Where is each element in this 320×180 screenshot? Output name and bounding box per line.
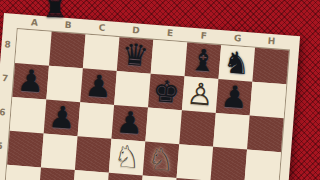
square-h7 xyxy=(250,82,287,119)
square-e6 xyxy=(145,108,182,145)
file-label-c: C xyxy=(85,21,120,34)
rank-label-7: 7 xyxy=(1,61,10,95)
square-e5: ♘ xyxy=(143,141,180,178)
black-pawn-g7: ♟ xyxy=(220,81,249,113)
black-king-e7: ♚ xyxy=(152,76,181,108)
chess-board: ABCDEFGH 87654321 ♛♝♞♟♟♚♙♟♟♟♘♘ xyxy=(0,13,300,180)
file-label-f: F xyxy=(186,29,221,42)
square-a4 xyxy=(4,165,41,180)
square-g7: ♟ xyxy=(216,79,253,116)
square-f6 xyxy=(179,110,216,147)
board-photo-scene: ABCDEFGH 87654321 ♛♝♞♟♟♚♙♟♟♟♘♘ ♜ xyxy=(0,0,320,180)
file-label-h: H xyxy=(254,35,289,48)
square-b7 xyxy=(46,66,83,103)
rank-label-6: 6 xyxy=(0,95,7,129)
square-c8 xyxy=(83,34,120,71)
square-h8 xyxy=(252,48,289,85)
square-f5 xyxy=(177,144,214,180)
square-h6 xyxy=(247,116,284,153)
black-bishop-f8: ♝ xyxy=(188,45,217,77)
board-frame: ABCDEFGH 87654321 ♛♝♞♟♟♚♙♟♟♟♘♘ xyxy=(0,13,300,180)
square-a7: ♟ xyxy=(12,63,49,100)
square-c7: ♟ xyxy=(80,68,117,105)
file-label-g: G xyxy=(220,32,255,45)
square-c6 xyxy=(78,102,115,139)
square-h5 xyxy=(244,149,281,180)
black-pawn-a7: ♟ xyxy=(16,65,45,97)
square-f7: ♙ xyxy=(182,76,219,113)
square-e8 xyxy=(151,40,188,77)
white-pawn-f7: ♙ xyxy=(186,79,215,111)
square-d8: ♛ xyxy=(117,37,154,74)
black-queen-d8: ♛ xyxy=(120,39,149,71)
captured-black-rook-icon: ♜ xyxy=(42,0,67,22)
square-a8 xyxy=(15,29,52,66)
square-d7 xyxy=(114,71,151,108)
square-g5 xyxy=(210,147,247,180)
square-e7: ♚ xyxy=(148,74,185,111)
square-b4 xyxy=(38,167,75,180)
square-g8: ♞ xyxy=(218,45,255,82)
black-pawn-c7: ♟ xyxy=(84,71,113,103)
black-pawn-b6: ♟ xyxy=(47,102,76,134)
square-d6: ♟ xyxy=(111,105,148,142)
square-d5: ♘ xyxy=(109,139,146,176)
board-grid: ♛♝♞♟♟♚♙♟♟♟♘♘ xyxy=(0,28,290,180)
square-a6 xyxy=(10,97,47,134)
file-label-e: E xyxy=(153,27,188,40)
square-b8 xyxy=(49,32,86,69)
square-f8: ♝ xyxy=(185,42,222,79)
square-b5 xyxy=(41,133,78,170)
square-c4 xyxy=(72,170,109,180)
white-knight-d5: ♘ xyxy=(112,141,141,173)
rank-label-4: 4 xyxy=(0,163,1,180)
white-knight-e5: ♘ xyxy=(146,144,175,176)
black-knight-g8: ♞ xyxy=(222,47,251,79)
rank-label-5: 5 xyxy=(0,129,4,163)
square-g6 xyxy=(213,113,250,150)
rank-label-8: 8 xyxy=(3,27,12,61)
black-pawn-d6: ♟ xyxy=(115,107,144,139)
square-a5 xyxy=(7,131,44,168)
file-label-d: D xyxy=(119,24,154,37)
square-c5 xyxy=(75,136,112,173)
square-b6: ♟ xyxy=(44,100,81,137)
